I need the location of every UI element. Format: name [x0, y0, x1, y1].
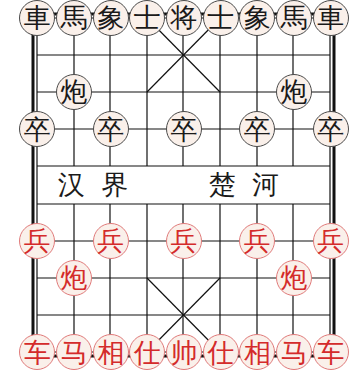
piece-black[interactable]: 炮 [276, 74, 312, 110]
piece-black[interactable]: 車 [313, 0, 349, 36]
piece-black[interactable]: 将 [166, 0, 202, 36]
piece-red[interactable]: 马 [56, 334, 92, 370]
piece-red[interactable]: 兵 [93, 223, 129, 259]
piece-black[interactable]: 士 [203, 0, 239, 36]
piece-black[interactable]: 卒 [239, 111, 275, 147]
piece-black[interactable]: 士 [129, 0, 165, 36]
piece-red[interactable]: 仕 [203, 334, 239, 370]
piece-black[interactable]: 炮 [56, 74, 92, 110]
piece-red[interactable]: 仕 [129, 334, 165, 370]
piece-black[interactable]: 卒 [93, 111, 129, 147]
piece-black[interactable]: 馬 [276, 0, 312, 36]
piece-red[interactable]: 炮 [276, 260, 312, 296]
piece-red[interactable]: 兵 [166, 223, 202, 259]
piece-black[interactable]: 卒 [166, 111, 202, 147]
piece-black[interactable]: 馬 [56, 0, 92, 36]
piece-red[interactable]: 马 [276, 334, 312, 370]
board-grid[interactable]: 車馬象士将士象馬車炮炮卒卒卒卒卒兵兵兵兵兵炮炮车马相仕帅仕相马车 [19, 0, 349, 371]
piece-black[interactable]: 車 [19, 0, 55, 36]
piece-black[interactable]: 象 [239, 0, 275, 36]
piece-black[interactable]: 卒 [313, 111, 349, 147]
xiangqi-board: 汉 界 楚 河 車馬象士将士象馬車炮炮卒卒卒卒卒兵兵兵兵兵炮炮车马相仕帅仕相马车 [0, 0, 359, 383]
piece-red[interactable]: 兵 [239, 223, 275, 259]
piece-red[interactable]: 炮 [56, 260, 92, 296]
piece-red[interactable]: 车 [313, 334, 349, 370]
piece-red[interactable]: 车 [19, 334, 55, 370]
piece-red[interactable]: 相 [93, 334, 129, 370]
piece-red[interactable]: 兵 [313, 223, 349, 259]
piece-black[interactable]: 象 [93, 0, 129, 36]
piece-red[interactable]: 相 [239, 334, 275, 370]
piece-black[interactable]: 卒 [19, 111, 55, 147]
piece-red[interactable]: 兵 [19, 223, 55, 259]
piece-red[interactable]: 帅 [166, 334, 202, 370]
